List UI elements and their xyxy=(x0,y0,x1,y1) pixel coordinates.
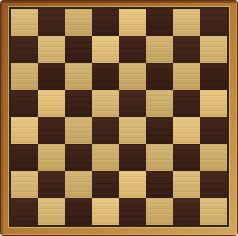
square-e6[interactable] xyxy=(119,63,146,90)
square-a4[interactable] xyxy=(11,117,38,144)
square-f6[interactable] xyxy=(146,63,173,90)
square-h6[interactable] xyxy=(200,63,227,90)
square-d5[interactable] xyxy=(92,90,119,117)
square-f8[interactable] xyxy=(146,9,173,36)
square-d4[interactable] xyxy=(92,117,119,144)
square-d7[interactable] xyxy=(92,36,119,63)
square-h7[interactable] xyxy=(200,36,227,63)
square-b4[interactable] xyxy=(38,117,65,144)
square-e5[interactable] xyxy=(119,90,146,117)
square-e4[interactable] xyxy=(119,117,146,144)
square-g5[interactable] xyxy=(173,90,200,117)
square-e7[interactable] xyxy=(119,36,146,63)
square-h4[interactable] xyxy=(200,117,227,144)
square-h3[interactable] xyxy=(200,144,227,171)
square-f3[interactable] xyxy=(146,144,173,171)
square-a8[interactable] xyxy=(11,9,38,36)
square-b1[interactable] xyxy=(38,198,65,225)
square-b5[interactable] xyxy=(38,90,65,117)
square-b3[interactable] xyxy=(38,144,65,171)
square-g7[interactable] xyxy=(173,36,200,63)
chess-board xyxy=(11,9,227,225)
square-c1[interactable] xyxy=(65,198,92,225)
board-frame xyxy=(0,0,238,236)
square-e2[interactable] xyxy=(119,171,146,198)
square-e1[interactable] xyxy=(119,198,146,225)
square-g2[interactable] xyxy=(173,171,200,198)
square-g4[interactable] xyxy=(173,117,200,144)
square-a1[interactable] xyxy=(11,198,38,225)
square-c6[interactable] xyxy=(65,63,92,90)
square-f2[interactable] xyxy=(146,171,173,198)
square-f4[interactable] xyxy=(146,117,173,144)
square-b7[interactable] xyxy=(38,36,65,63)
square-b2[interactable] xyxy=(38,171,65,198)
square-g6[interactable] xyxy=(173,63,200,90)
square-c2[interactable] xyxy=(65,171,92,198)
square-d8[interactable] xyxy=(92,9,119,36)
square-b6[interactable] xyxy=(38,63,65,90)
square-f7[interactable] xyxy=(146,36,173,63)
square-h2[interactable] xyxy=(200,171,227,198)
board-groove-border xyxy=(9,7,229,227)
square-d2[interactable] xyxy=(92,171,119,198)
square-c3[interactable] xyxy=(65,144,92,171)
square-e8[interactable] xyxy=(119,9,146,36)
square-b8[interactable] xyxy=(38,9,65,36)
square-g1[interactable] xyxy=(173,198,200,225)
square-a7[interactable] xyxy=(11,36,38,63)
chessboard-photo xyxy=(0,0,238,236)
square-d1[interactable] xyxy=(92,198,119,225)
square-a2[interactable] xyxy=(11,171,38,198)
square-g8[interactable] xyxy=(173,9,200,36)
square-f5[interactable] xyxy=(146,90,173,117)
square-e3[interactable] xyxy=(119,144,146,171)
square-f1[interactable] xyxy=(146,198,173,225)
square-a5[interactable] xyxy=(11,90,38,117)
square-c8[interactable] xyxy=(65,9,92,36)
square-h5[interactable] xyxy=(200,90,227,117)
square-g3[interactable] xyxy=(173,144,200,171)
square-c7[interactable] xyxy=(65,36,92,63)
square-c5[interactable] xyxy=(65,90,92,117)
square-a3[interactable] xyxy=(11,144,38,171)
square-c4[interactable] xyxy=(65,117,92,144)
square-h8[interactable] xyxy=(200,9,227,36)
square-d3[interactable] xyxy=(92,144,119,171)
square-h1[interactable] xyxy=(200,198,227,225)
square-d6[interactable] xyxy=(92,63,119,90)
square-a6[interactable] xyxy=(11,63,38,90)
